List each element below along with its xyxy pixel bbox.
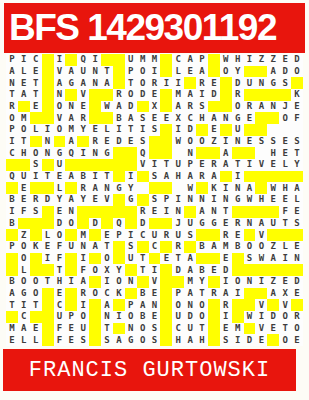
grid-cell: D xyxy=(42,194,54,206)
title-banner: BFS 1429301192 xyxy=(4,3,305,53)
grid-cell xyxy=(89,323,101,335)
grid-cell xyxy=(160,299,172,311)
grid-cell xyxy=(65,264,77,276)
grid-cell: Q xyxy=(65,147,77,159)
grid-cell xyxy=(113,299,125,311)
page-title: BFS 1429301192 xyxy=(4,7,276,49)
grid-cell: E xyxy=(77,101,89,113)
grid-cell xyxy=(196,229,208,241)
grid-cell xyxy=(42,206,54,218)
grid-cell: O xyxy=(279,112,291,124)
grid-cell: R xyxy=(244,101,256,113)
grid-cell: A xyxy=(18,323,30,335)
grid-cell: L xyxy=(18,66,30,78)
grid-cell xyxy=(291,77,303,89)
grid-cell xyxy=(291,229,303,241)
grid-cell xyxy=(267,264,279,276)
grid-cell: O xyxy=(220,66,232,78)
grid-cell: U xyxy=(65,241,77,253)
grid-cell: T xyxy=(279,218,291,230)
grid-cell: A xyxy=(18,89,30,101)
grid-cell: O xyxy=(18,253,30,265)
grid-cell: Y xyxy=(125,182,137,194)
grid-cell xyxy=(65,253,77,265)
grid-cell: O xyxy=(196,136,208,148)
grid-cell: K xyxy=(30,241,42,253)
grid-cell: S xyxy=(149,334,161,346)
grid-cell: O xyxy=(279,311,291,323)
grid-cell xyxy=(160,323,172,335)
grid-cell: S xyxy=(30,206,42,218)
grid-cell: E xyxy=(125,136,137,148)
grid-cell xyxy=(160,276,172,288)
grid-cell: M xyxy=(232,323,244,335)
grid-cell: M xyxy=(172,89,184,101)
grid-cell xyxy=(255,182,267,194)
grid-cell xyxy=(244,288,256,300)
grid-cell: U xyxy=(77,66,89,78)
grid-cell: N xyxy=(65,101,77,113)
grid-cell xyxy=(6,182,18,194)
grid-cell: E xyxy=(244,136,256,148)
grid-cell: E xyxy=(267,194,279,206)
grid-cell xyxy=(184,77,196,89)
grid-cell: N xyxy=(6,77,18,89)
grid-cell: A xyxy=(125,112,137,124)
grid-cell: R xyxy=(160,229,172,241)
grid-cell xyxy=(89,112,101,124)
grid-cell xyxy=(220,89,232,101)
grid-cell: E xyxy=(208,77,220,89)
grid-cell xyxy=(6,264,18,276)
grid-cell: P xyxy=(6,54,18,66)
grid-cell: V xyxy=(137,159,149,171)
grid-cell xyxy=(6,311,18,323)
grid-cell: Q xyxy=(113,218,125,230)
grid-cell: C xyxy=(137,229,149,241)
grid-cell: E xyxy=(279,136,291,148)
grid-cell xyxy=(65,299,77,311)
grid-cell: B xyxy=(232,241,244,253)
grid-cell xyxy=(208,229,220,241)
grid-cell xyxy=(77,159,89,171)
grid-cell xyxy=(42,288,54,300)
grid-cell: G xyxy=(196,218,208,230)
grid-cell: A xyxy=(267,66,279,78)
grid-cell xyxy=(267,229,279,241)
grid-cell: A xyxy=(101,77,113,89)
grid-cell: U xyxy=(18,171,30,183)
grid-cell xyxy=(208,334,220,346)
grid-cell: Y xyxy=(77,124,89,136)
grid-cell xyxy=(113,159,125,171)
grid-cell: L xyxy=(291,194,303,206)
grid-cell: C xyxy=(172,54,184,66)
grid-cell: E xyxy=(54,288,66,300)
grid-cell: Z xyxy=(267,241,279,253)
grid-cell: A xyxy=(113,101,125,113)
grid-cell: A xyxy=(65,171,77,183)
grid-cell xyxy=(113,54,125,66)
grid-cell: B xyxy=(6,194,18,206)
grid-cell: H xyxy=(172,171,184,183)
grid-cell: T xyxy=(30,77,42,89)
grid-cell: S xyxy=(291,218,303,230)
grid-cell: A xyxy=(172,101,184,113)
grid-cell: E xyxy=(291,206,303,218)
grid-cell: M xyxy=(137,54,149,66)
grid-cell: R xyxy=(184,101,196,113)
grid-cell xyxy=(77,218,89,230)
grid-cell: I xyxy=(89,54,101,66)
grid-cell: I xyxy=(220,136,232,148)
grid-cell: I xyxy=(101,276,113,288)
grid-cell: A xyxy=(196,66,208,78)
grid-cell xyxy=(149,136,161,148)
grid-cell: D xyxy=(279,66,291,78)
grid-cell: G xyxy=(113,182,125,194)
grid-cell: N xyxy=(184,299,196,311)
grid-cell: E xyxy=(18,182,30,194)
grid-cell: E xyxy=(6,334,18,346)
grid-cell: O xyxy=(232,276,244,288)
grid-cell: S xyxy=(125,241,137,253)
grid-cell: E xyxy=(54,171,66,183)
grid-cell: A xyxy=(291,182,303,194)
grid-cell: A xyxy=(267,253,279,265)
grid-cell: N xyxy=(184,147,196,159)
grid-cell: D xyxy=(184,311,196,323)
grid-cell: E xyxy=(279,276,291,288)
grid-cell: A xyxy=(184,89,196,101)
grid-cell xyxy=(160,124,172,136)
grid-cell: A xyxy=(184,54,196,66)
grid-cell: D xyxy=(208,89,220,101)
grid-cell xyxy=(255,112,267,124)
grid-cell xyxy=(184,241,196,253)
grid-cell: E xyxy=(255,334,267,346)
grid-cell xyxy=(149,182,161,194)
grid-cell: H xyxy=(232,54,244,66)
grid-cell: C xyxy=(184,112,196,124)
grid-cell: T xyxy=(30,299,42,311)
grid-cell: G xyxy=(125,334,137,346)
grid-cell: V xyxy=(255,159,267,171)
grid-cell xyxy=(89,89,101,101)
grid-cell: J xyxy=(172,218,184,230)
grid-cell: I xyxy=(30,171,42,183)
grid-cell xyxy=(172,276,184,288)
grid-cell: O xyxy=(137,77,149,89)
grid-cell: I xyxy=(149,66,161,78)
grid-cell xyxy=(137,194,149,206)
grid-cell xyxy=(244,299,256,311)
grid-cell: V xyxy=(77,89,89,101)
grid-cell xyxy=(77,206,89,218)
grid-cell: I xyxy=(160,206,172,218)
grid-cell: A xyxy=(208,112,220,124)
grid-cell: I xyxy=(77,299,89,311)
grid-cell: I xyxy=(65,276,77,288)
grid-cell: R xyxy=(113,89,125,101)
grid-cell: E xyxy=(267,159,279,171)
grid-cell: G xyxy=(101,147,113,159)
grid-cell xyxy=(255,124,267,136)
grid-cell: E xyxy=(279,147,291,159)
grid-cell xyxy=(113,147,125,159)
grid-cell xyxy=(160,101,172,113)
grid-cell: P xyxy=(113,229,125,241)
grid-cell: E xyxy=(279,194,291,206)
grid-cell: B xyxy=(113,112,125,124)
grid-cell: E xyxy=(291,101,303,113)
grid-cell: A xyxy=(77,276,89,288)
grid-cell: M xyxy=(65,124,77,136)
grid-cell: C xyxy=(149,241,161,253)
grid-cell: I xyxy=(77,253,89,265)
grid-cell: O xyxy=(101,253,113,265)
grid-cell: O xyxy=(54,124,66,136)
grid-cell: E xyxy=(160,112,172,124)
grid-cell: I xyxy=(232,288,244,300)
grid-cell: G xyxy=(54,147,66,159)
grid-cell xyxy=(125,206,137,218)
grid-cell: N xyxy=(65,206,77,218)
grid-cell: W xyxy=(255,253,267,265)
grid-cell xyxy=(149,253,161,265)
grid-cell: R xyxy=(208,288,220,300)
grid-cell: V xyxy=(279,299,291,311)
grid-cell: M xyxy=(77,229,89,241)
grid-cell: O xyxy=(89,288,101,300)
grid-cell: I xyxy=(54,54,66,66)
grid-cell xyxy=(6,253,18,265)
grid-cell: R xyxy=(220,299,232,311)
grid-cell xyxy=(160,136,172,148)
grid-cell xyxy=(137,171,149,183)
grid-cell: C xyxy=(30,54,42,66)
grid-cell: U xyxy=(232,124,244,136)
grid-cell: H xyxy=(279,182,291,194)
grid-cell: S xyxy=(255,136,267,148)
grid-cell: Y xyxy=(291,159,303,171)
grid-cell xyxy=(18,101,30,113)
grid-cell: G xyxy=(18,288,30,300)
grid-cell: B xyxy=(137,288,149,300)
grid-cell xyxy=(137,241,149,253)
grid-cell xyxy=(160,311,172,323)
grid-cell xyxy=(196,182,208,194)
grid-cell: U xyxy=(184,218,196,230)
grid-cell: O xyxy=(54,229,66,241)
grid-cell xyxy=(160,264,172,276)
grid-cell: U xyxy=(125,54,137,66)
grid-cell: U xyxy=(125,253,137,265)
grid-cell xyxy=(65,89,77,101)
grid-cell xyxy=(137,276,149,288)
grid-cell: L xyxy=(18,334,30,346)
grid-cell: R xyxy=(232,218,244,230)
grid-cell: D xyxy=(220,264,232,276)
grid-cell: A xyxy=(184,288,196,300)
grid-cell: I xyxy=(220,182,232,194)
grid-cell xyxy=(89,229,101,241)
grid-cell: I xyxy=(255,311,267,323)
grid-cell: I xyxy=(220,276,232,288)
grid-cell xyxy=(160,182,172,194)
grid-cell: I xyxy=(6,206,18,218)
grid-cell: N xyxy=(125,323,137,335)
grid-cell: A xyxy=(6,288,18,300)
grid-cell: R xyxy=(196,77,208,89)
grid-cell: N xyxy=(42,147,54,159)
grid-cell: U xyxy=(54,159,66,171)
grid-cell: I xyxy=(279,253,291,265)
grid-cell: Y xyxy=(54,194,66,206)
grid-cell xyxy=(232,206,244,218)
author-banner: FRANCIS GURTOWSKI xyxy=(3,349,296,391)
grid-cell: N xyxy=(149,299,161,311)
grid-cell xyxy=(113,253,125,265)
book-cover: BFS 1429301192 PICIQIUMMCAPWHIZZEDALEVAU… xyxy=(0,0,309,400)
grid-cell xyxy=(208,299,220,311)
grid-cell xyxy=(77,136,89,148)
grid-cell: T xyxy=(42,276,54,288)
grid-cell xyxy=(89,206,101,218)
grid-cell: N xyxy=(208,206,220,218)
grid-cell: K xyxy=(113,288,125,300)
grid-cell: C xyxy=(54,299,66,311)
grid-cell: L xyxy=(30,334,42,346)
grid-cell: R xyxy=(77,182,89,194)
grid-cell: A xyxy=(184,264,196,276)
grid-cell: J xyxy=(279,101,291,113)
grid-cell xyxy=(42,182,54,194)
grid-cell xyxy=(160,218,172,230)
grid-cell: E xyxy=(18,77,30,89)
grid-cell: A xyxy=(255,101,267,113)
grid-cell: E xyxy=(89,194,101,206)
grid-cell: H xyxy=(255,194,267,206)
grid-cell xyxy=(255,171,267,183)
grid-cell: R xyxy=(77,288,89,300)
grid-cell: B xyxy=(6,218,18,230)
grid-cell: N xyxy=(54,89,66,101)
grid-cell xyxy=(113,241,125,253)
grid-cell: G xyxy=(208,218,220,230)
grid-cell: Q xyxy=(77,54,89,66)
grid-cell xyxy=(30,136,42,148)
grid-cell: N xyxy=(220,112,232,124)
grid-cell xyxy=(42,112,54,124)
grid-cell: V xyxy=(149,276,161,288)
grid-cell xyxy=(220,171,232,183)
grid-cell xyxy=(291,124,303,136)
grid-cell: F xyxy=(291,112,303,124)
grid-cell: N xyxy=(255,77,267,89)
grid-cell xyxy=(30,112,42,124)
grid-cell: A xyxy=(255,218,267,230)
grid-cell: M xyxy=(18,112,30,124)
grid-cell: D xyxy=(184,124,196,136)
grid-cell xyxy=(18,159,30,171)
grid-cell: C xyxy=(6,147,18,159)
grid-cell: A xyxy=(220,159,232,171)
grid-cell: C xyxy=(101,288,113,300)
grid-cell: M xyxy=(220,241,232,253)
grid-cell: N xyxy=(220,194,232,206)
grid-cell xyxy=(113,66,125,78)
grid-cell: R xyxy=(196,171,208,183)
grid-cell: U xyxy=(184,323,196,335)
grid-cell: D xyxy=(291,276,303,288)
grid-cell xyxy=(42,89,54,101)
grid-cell xyxy=(208,101,220,113)
grid-cell: O xyxy=(30,288,42,300)
grid-cell: I xyxy=(42,253,54,265)
grid-cell xyxy=(291,171,303,183)
grid-cell: T xyxy=(6,89,18,101)
grid-cell: T xyxy=(220,206,232,218)
grid-cell: N xyxy=(125,276,137,288)
grid-cell: E xyxy=(291,288,303,300)
grid-cell xyxy=(255,264,267,276)
grid-cell xyxy=(267,334,279,346)
grid-cell xyxy=(30,229,42,241)
grid-cell: A xyxy=(101,299,113,311)
grid-cell xyxy=(42,334,54,346)
grid-cell: I xyxy=(172,77,184,89)
grid-cell xyxy=(30,264,42,276)
grid-cell xyxy=(42,66,54,78)
grid-cell: R xyxy=(232,89,244,101)
grid-cell: U xyxy=(149,229,161,241)
grid-cell: O xyxy=(65,218,77,230)
grid-cell: I xyxy=(172,124,184,136)
grid-cell: A xyxy=(6,66,18,78)
grid-cell: D xyxy=(291,54,303,66)
grid-cell: E xyxy=(149,112,161,124)
grid-cell: G xyxy=(232,194,244,206)
grid-cell: O xyxy=(137,334,149,346)
grid-cell: T xyxy=(137,264,149,276)
grid-cell xyxy=(279,264,291,276)
grid-cell xyxy=(42,101,54,113)
grid-cell: A xyxy=(196,206,208,218)
grid-cell xyxy=(113,171,125,183)
grid-cell: I xyxy=(137,124,149,136)
grid-cell: R xyxy=(220,229,232,241)
grid-cell xyxy=(30,182,42,194)
grid-cell: Z xyxy=(208,136,220,148)
grid-cell xyxy=(101,54,113,66)
grid-cell: V xyxy=(101,194,113,206)
grid-cell: A xyxy=(65,194,77,206)
grid-cell xyxy=(244,206,256,218)
grid-cell: N xyxy=(89,77,101,89)
grid-cell: T xyxy=(30,89,42,101)
grid-cell: D xyxy=(244,334,256,346)
grid-cell: I xyxy=(255,276,267,288)
grid-cell: H xyxy=(172,334,184,346)
grid-cell: T xyxy=(125,124,137,136)
grid-cell: A xyxy=(54,77,66,89)
grid-cell xyxy=(232,299,244,311)
grid-cell xyxy=(208,323,220,335)
grid-cell: I xyxy=(244,54,256,66)
grid-cell xyxy=(267,124,279,136)
grid-cell: O xyxy=(18,276,30,288)
